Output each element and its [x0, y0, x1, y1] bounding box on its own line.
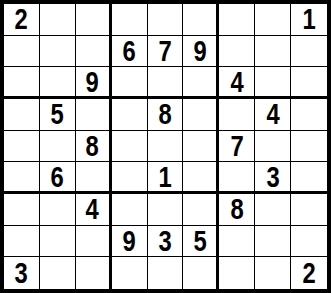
- cell-r9c4[interactable]: [112, 257, 148, 289]
- cell-r8c5[interactable]: 3: [148, 226, 184, 258]
- cell-r1c1[interactable]: 2: [4, 4, 40, 36]
- cell-r3c5[interactable]: [148, 67, 184, 99]
- given-digit: 5: [51, 99, 64, 129]
- cell-r5c7[interactable]: 7: [219, 131, 255, 163]
- cell-r4c7[interactable]: [219, 99, 255, 131]
- given-digit: 9: [122, 226, 135, 256]
- cell-r8c3[interactable]: [76, 226, 112, 258]
- cell-r1c5[interactable]: [148, 4, 184, 36]
- cell-r8c4[interactable]: 9: [112, 226, 148, 258]
- given-digit: 8: [86, 131, 99, 161]
- cell-r1c3[interactable]: [76, 4, 112, 36]
- cell-r9c7[interactable]: [219, 257, 255, 289]
- cell-r1c6[interactable]: [183, 4, 219, 36]
- given-digit: 4: [86, 194, 99, 224]
- given-digit: 4: [230, 67, 243, 96]
- cell-r8c7[interactable]: [219, 226, 255, 258]
- cell-r2c9[interactable]: [291, 36, 327, 68]
- given-digit: 8: [158, 99, 171, 129]
- cell-r3c4[interactable]: [112, 67, 148, 99]
- cell-r5c6[interactable]: [183, 131, 219, 163]
- cell-r2c1[interactable]: [4, 36, 40, 68]
- cell-r5c9[interactable]: [291, 131, 327, 163]
- cell-r7c5[interactable]: [148, 194, 184, 226]
- cell-r7c2[interactable]: [40, 194, 76, 226]
- cell-r2c6[interactable]: 9: [183, 36, 219, 68]
- cell-r8c2[interactable]: [40, 226, 76, 258]
- cell-r2c4[interactable]: 6: [112, 36, 148, 68]
- cell-r6c9[interactable]: [291, 162, 327, 194]
- cell-r3c3[interactable]: 9: [76, 67, 112, 99]
- cell-r3c1[interactable]: [4, 67, 40, 99]
- cell-r4c4[interactable]: [112, 99, 148, 131]
- cell-r1c8[interactable]: [255, 4, 291, 36]
- given-digit: 9: [86, 67, 99, 96]
- cell-r3c6[interactable]: [183, 67, 219, 99]
- cell-r4c3[interactable]: [76, 99, 112, 131]
- given-digit: 1: [302, 4, 315, 34]
- cell-r5c5[interactable]: [148, 131, 184, 163]
- cell-r2c7[interactable]: [219, 36, 255, 68]
- cell-r1c4[interactable]: [112, 4, 148, 36]
- cell-r9c9[interactable]: 2: [291, 257, 327, 289]
- cell-r3c7[interactable]: 4: [219, 67, 255, 99]
- cell-r4c9[interactable]: [291, 99, 327, 131]
- given-digit: 3: [15, 258, 28, 288]
- cell-r9c2[interactable]: [40, 257, 76, 289]
- given-digit: 3: [266, 162, 279, 191]
- cell-r5c3[interactable]: 8: [76, 131, 112, 163]
- cell-r9c1[interactable]: 3: [4, 257, 40, 289]
- cell-r2c8[interactable]: [255, 36, 291, 68]
- cell-r8c1[interactable]: [4, 226, 40, 258]
- cell-r7c6[interactable]: [183, 194, 219, 226]
- cell-r6c5[interactable]: 1: [148, 162, 184, 194]
- cell-r4c5[interactable]: 8: [148, 99, 184, 131]
- cell-r5c2[interactable]: [40, 131, 76, 163]
- cell-r9c8[interactable]: [255, 257, 291, 289]
- cell-r7c9[interactable]: [291, 194, 327, 226]
- given-digit: 9: [193, 36, 206, 66]
- sudoku-board: 2167994584876134893532: [0, 0, 331, 293]
- given-digit: 4: [266, 99, 279, 129]
- cell-r3c2[interactable]: [40, 67, 76, 99]
- cell-r7c4[interactable]: [112, 194, 148, 226]
- cell-r4c8[interactable]: 4: [255, 99, 291, 131]
- cell-r6c8[interactable]: 3: [255, 162, 291, 194]
- cell-r1c2[interactable]: [40, 4, 76, 36]
- given-digit: 5: [193, 226, 206, 256]
- cell-r6c1[interactable]: [4, 162, 40, 194]
- cell-r5c4[interactable]: [112, 131, 148, 163]
- cell-r7c3[interactable]: 4: [76, 194, 112, 226]
- given-digit: 3: [158, 226, 171, 256]
- given-digit: 6: [51, 162, 64, 191]
- cell-r2c2[interactable]: [40, 36, 76, 68]
- cell-r8c6[interactable]: 5: [183, 226, 219, 258]
- cell-r5c8[interactable]: [255, 131, 291, 163]
- cell-r1c7[interactable]: [219, 4, 255, 36]
- cell-r4c2[interactable]: 5: [40, 99, 76, 131]
- cell-r7c1[interactable]: [4, 194, 40, 226]
- cell-r9c5[interactable]: [148, 257, 184, 289]
- cell-r6c6[interactable]: [183, 162, 219, 194]
- cell-r7c7[interactable]: 8: [219, 194, 255, 226]
- cell-r6c4[interactable]: [112, 162, 148, 194]
- given-digit: 1: [158, 162, 171, 191]
- given-digit: 6: [122, 36, 135, 66]
- cell-r1c9[interactable]: 1: [291, 4, 327, 36]
- cell-r3c8[interactable]: [255, 67, 291, 99]
- cell-r6c7[interactable]: [219, 162, 255, 194]
- cell-r5c1[interactable]: [4, 131, 40, 163]
- cell-r4c1[interactable]: [4, 99, 40, 131]
- cell-r2c5[interactable]: 7: [148, 36, 184, 68]
- given-digit: 2: [302, 258, 315, 288]
- given-digit: 2: [15, 4, 28, 34]
- cell-r8c9[interactable]: [291, 226, 327, 258]
- given-digit: 7: [230, 131, 243, 161]
- cell-r7c8[interactable]: [255, 194, 291, 226]
- cell-r6c2[interactable]: 6: [40, 162, 76, 194]
- cell-r4c6[interactable]: [183, 99, 219, 131]
- cell-r3c9[interactable]: [291, 67, 327, 99]
- cell-r8c8[interactable]: [255, 226, 291, 258]
- cell-r2c3[interactable]: [76, 36, 112, 68]
- cell-r6c3[interactable]: [76, 162, 112, 194]
- given-digit: 7: [158, 36, 171, 66]
- cell-r9c6[interactable]: [183, 257, 219, 289]
- given-digit: 8: [230, 194, 243, 224]
- cell-r9c3[interactable]: [76, 257, 112, 289]
